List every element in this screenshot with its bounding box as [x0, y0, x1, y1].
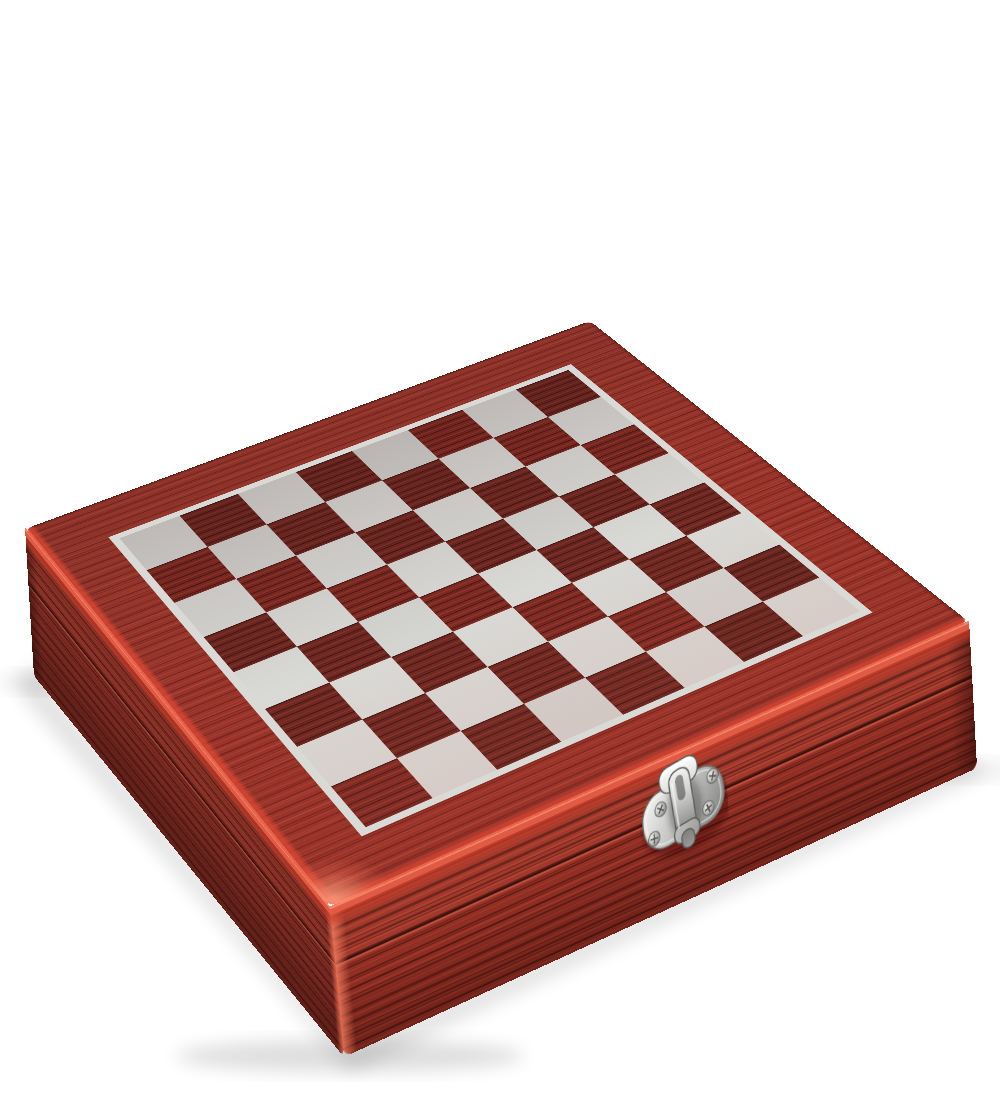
product-photo-stage	[0, 0, 1000, 1100]
